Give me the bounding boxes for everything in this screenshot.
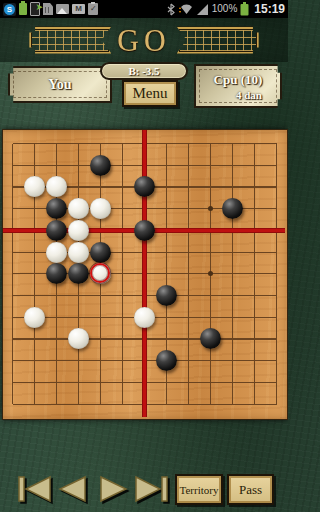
banner-lattice-left: [29, 27, 111, 54]
stone-white: [46, 176, 67, 197]
stone-white: [68, 242, 89, 263]
last-move-crosshair-vertical: [142, 130, 147, 417]
banner-lattice-right: [177, 27, 259, 54]
player-cpu-name: Cpu (10): [214, 72, 263, 88]
step-back-icon: [56, 475, 88, 503]
status-bar: S ➤ M 100% 15:19: [0, 0, 288, 18]
skype-icon: S: [3, 3, 16, 16]
player-plaque-you: You: [8, 66, 112, 103]
app-title: GO: [117, 22, 170, 58]
nav-step-back-button[interactable]: [54, 474, 90, 506]
stone-black: [222, 198, 243, 219]
stone-black: [134, 176, 155, 197]
score-estimate-value: B: -3.5: [128, 65, 159, 77]
menu-button[interactable]: Menu: [122, 80, 178, 107]
stone-white: [24, 176, 45, 197]
player-plaque-cpu: Cpu (10) 4 dan: [194, 64, 282, 108]
star-point: [208, 206, 213, 211]
phone-transfer-icon: ➤: [30, 2, 40, 16]
player-cpu-rank: 4 dan: [236, 89, 262, 101]
battery-percent: 100%: [212, 0, 238, 18]
go-board[interactable]: [2, 129, 288, 420]
clipboard-icon: [88, 2, 98, 16]
stone-black: [156, 350, 177, 371]
gallery-icon: [56, 2, 69, 16]
skip-to-start-icon: [17, 475, 53, 503]
stone-white: [134, 307, 155, 328]
grid-line-v: [254, 144, 255, 405]
nav-step-forward-button[interactable]: [96, 474, 132, 506]
stone-white: [46, 242, 67, 263]
email-icon: M: [72, 4, 85, 14]
nav-skip-to-end-button[interactable]: [132, 474, 170, 506]
signal-icon: [196, 2, 209, 16]
title-banner: GO: [0, 18, 288, 62]
battery-app-icon: [19, 2, 27, 16]
player-you-label: You: [48, 77, 71, 93]
territory-button[interactable]: Territory: [175, 474, 223, 505]
stone-black: [200, 328, 221, 349]
stone-white: [68, 220, 89, 241]
clock: 15:19: [254, 2, 285, 16]
stone-white: [68, 198, 89, 219]
grid-line-v: [276, 144, 277, 405]
stone-black: [90, 155, 111, 176]
stone-black: [68, 263, 89, 284]
stone-black: [46, 220, 67, 241]
pass-button[interactable]: Pass: [227, 474, 274, 505]
stone-white: [90, 198, 111, 219]
battery-icon: [240, 2, 249, 16]
wifi-icon: [178, 2, 193, 16]
bottom-controls: Territory Pass: [0, 472, 288, 508]
skip-to-end-icon: [133, 475, 169, 503]
stone-white: [68, 328, 89, 349]
stone-black: [46, 198, 67, 219]
sim-card-icon: [43, 2, 53, 16]
stone-black: [134, 220, 155, 241]
stone-black: [46, 263, 67, 284]
step-forward-icon: [98, 475, 130, 503]
star-point: [208, 271, 213, 276]
stone-black: [156, 285, 177, 306]
score-estimate-badge: B: -3.5: [100, 62, 188, 80]
stone-black: [90, 242, 111, 263]
stone-white: [24, 307, 45, 328]
grid-line-v: [188, 144, 189, 405]
grid-line-v: [232, 144, 233, 405]
bluetooth-icon: [167, 2, 175, 16]
nav-skip-to-start-button[interactable]: [16, 474, 54, 506]
